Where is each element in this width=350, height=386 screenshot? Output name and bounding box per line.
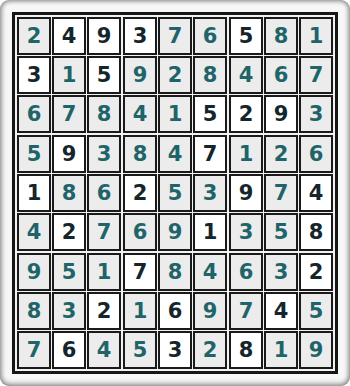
cell-r2c2[interactable]: 1 <box>52 56 86 94</box>
cell-r3c4[interactable]: 4 <box>123 95 157 133</box>
cell-r8c2[interactable]: 3 <box>52 292 86 330</box>
cell-r7c6[interactable]: 4 <box>193 253 227 291</box>
cell-r4c4[interactable]: 8 <box>123 135 157 173</box>
cell-r5c3[interactable]: 6 <box>87 174 121 212</box>
cell-r1c3[interactable]: 9 <box>87 17 121 55</box>
cell-r7c9[interactable]: 2 <box>299 253 333 291</box>
cell-r9c2[interactable]: 6 <box>52 331 86 369</box>
box-2-2: 847253691 <box>123 135 227 251</box>
cell-r5c5[interactable]: 5 <box>158 174 192 212</box>
cell-r8c3[interactable]: 2 <box>87 292 121 330</box>
cell-r9c6[interactable]: 2 <box>193 331 227 369</box>
cell-r1c7[interactable]: 5 <box>229 17 263 55</box>
cell-r1c8[interactable]: 8 <box>264 17 298 55</box>
sudoku-board: 2493156783769284155814672935931864278472… <box>12 12 338 374</box>
cell-r3c7[interactable]: 2 <box>229 95 263 133</box>
cell-r4c8[interactable]: 2 <box>264 135 298 173</box>
cell-r8c9[interactable]: 5 <box>299 292 333 330</box>
cell-r9c7[interactable]: 8 <box>229 331 263 369</box>
cell-r9c1[interactable]: 7 <box>17 331 51 369</box>
cell-r4c3[interactable]: 3 <box>87 135 121 173</box>
cell-r3c1[interactable]: 6 <box>17 95 51 133</box>
cell-r2c4[interactable]: 9 <box>123 56 157 94</box>
cell-r5c9[interactable]: 4 <box>299 174 333 212</box>
box-1-3: 581467293 <box>229 17 333 133</box>
cell-r4c7[interactable]: 1 <box>229 135 263 173</box>
cell-r4c2[interactable]: 9 <box>52 135 86 173</box>
cell-r8c7[interactable]: 7 <box>229 292 263 330</box>
cell-r5c2[interactable]: 8 <box>52 174 86 212</box>
cell-r7c5[interactable]: 8 <box>158 253 192 291</box>
cell-r3c6[interactable]: 5 <box>193 95 227 133</box>
cell-r3c5[interactable]: 1 <box>158 95 192 133</box>
cell-r1c4[interactable]: 3 <box>123 17 157 55</box>
cell-r2c6[interactable]: 8 <box>193 56 227 94</box>
cell-r7c7[interactable]: 6 <box>229 253 263 291</box>
cell-r8c4[interactable]: 1 <box>123 292 157 330</box>
app-card: 2493156783769284155814672935931864278472… <box>0 0 350 386</box>
cell-r7c8[interactable]: 3 <box>264 253 298 291</box>
cell-r7c2[interactable]: 5 <box>52 253 86 291</box>
box-1-1: 249315678 <box>17 17 121 133</box>
cell-r8c6[interactable]: 9 <box>193 292 227 330</box>
cell-r3c3[interactable]: 8 <box>87 95 121 133</box>
box-2-3: 126974358 <box>229 135 333 251</box>
box-2-1: 593186427 <box>17 135 121 251</box>
cell-r7c3[interactable]: 1 <box>87 253 121 291</box>
cell-r6c9[interactable]: 8 <box>299 213 333 251</box>
cell-r5c8[interactable]: 7 <box>264 174 298 212</box>
cell-r2c5[interactable]: 2 <box>158 56 192 94</box>
cell-r6c3[interactable]: 7 <box>87 213 121 251</box>
cell-r9c8[interactable]: 1 <box>264 331 298 369</box>
cell-r1c5[interactable]: 7 <box>158 17 192 55</box>
cell-r8c5[interactable]: 6 <box>158 292 192 330</box>
cell-r6c1[interactable]: 4 <box>17 213 51 251</box>
cell-r4c5[interactable]: 4 <box>158 135 192 173</box>
cell-r7c4[interactable]: 7 <box>123 253 157 291</box>
cell-r6c7[interactable]: 3 <box>229 213 263 251</box>
cell-r6c6[interactable]: 1 <box>193 213 227 251</box>
cell-r9c9[interactable]: 9 <box>299 331 333 369</box>
cell-r5c7[interactable]: 9 <box>229 174 263 212</box>
cell-r2c1[interactable]: 3 <box>17 56 51 94</box>
cell-r8c1[interactable]: 8 <box>17 292 51 330</box>
cell-r9c4[interactable]: 5 <box>123 331 157 369</box>
cell-r5c1[interactable]: 1 <box>17 174 51 212</box>
box-1-2: 376928415 <box>123 17 227 133</box>
cell-r5c4[interactable]: 2 <box>123 174 157 212</box>
box-3-2: 784169532 <box>123 253 227 369</box>
cell-r3c9[interactable]: 3 <box>299 95 333 133</box>
box-3-3: 632745819 <box>229 253 333 369</box>
cell-r9c3[interactable]: 4 <box>87 331 121 369</box>
cell-r2c8[interactable]: 6 <box>264 56 298 94</box>
cell-r9c5[interactable]: 3 <box>158 331 192 369</box>
cell-r6c5[interactable]: 9 <box>158 213 192 251</box>
cell-r4c6[interactable]: 7 <box>193 135 227 173</box>
cell-r3c2[interactable]: 7 <box>52 95 86 133</box>
cell-r1c2[interactable]: 4 <box>52 17 86 55</box>
cell-r2c9[interactable]: 7 <box>299 56 333 94</box>
cell-r2c3[interactable]: 5 <box>87 56 121 94</box>
cell-r4c9[interactable]: 6 <box>299 135 333 173</box>
cell-r1c6[interactable]: 6 <box>193 17 227 55</box>
cell-r7c1[interactable]: 9 <box>17 253 51 291</box>
box-3-1: 951832764 <box>17 253 121 369</box>
cell-r5c6[interactable]: 3 <box>193 174 227 212</box>
cell-r6c8[interactable]: 5 <box>264 213 298 251</box>
cell-r8c8[interactable]: 4 <box>264 292 298 330</box>
cell-r4c1[interactable]: 5 <box>17 135 51 173</box>
cell-r1c9[interactable]: 1 <box>299 17 333 55</box>
cell-r2c7[interactable]: 4 <box>229 56 263 94</box>
cell-r6c2[interactable]: 2 <box>52 213 86 251</box>
cell-r1c1[interactable]: 2 <box>17 17 51 55</box>
cell-r6c4[interactable]: 6 <box>123 213 157 251</box>
cell-r3c8[interactable]: 9 <box>264 95 298 133</box>
